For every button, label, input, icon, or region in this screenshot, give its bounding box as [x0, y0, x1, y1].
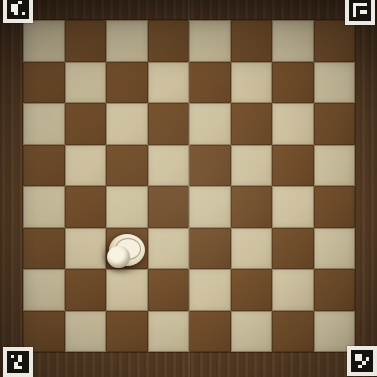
- square-d2[interactable]: [148, 269, 190, 311]
- square-g3[interactable]: [272, 228, 314, 270]
- square-a3[interactable]: [23, 228, 65, 270]
- square-d1[interactable]: [148, 311, 190, 353]
- square-g8[interactable]: [272, 20, 314, 62]
- fiducial-top-right: [345, 0, 375, 25]
- square-g5[interactable]: [272, 145, 314, 187]
- square-g6[interactable]: [272, 103, 314, 145]
- pawn-head-circle: [107, 246, 130, 268]
- square-h5[interactable]: [314, 145, 356, 187]
- square-a7[interactable]: [23, 62, 65, 104]
- square-a8[interactable]: [23, 20, 65, 62]
- square-h8[interactable]: [314, 20, 356, 62]
- square-a4[interactable]: [23, 186, 65, 228]
- square-c5[interactable]: [106, 145, 148, 187]
- square-b4[interactable]: [65, 186, 107, 228]
- square-e4[interactable]: [189, 186, 231, 228]
- square-d4[interactable]: [148, 186, 190, 228]
- square-e5[interactable]: [189, 145, 231, 187]
- square-f8[interactable]: [231, 20, 273, 62]
- square-b2[interactable]: [65, 269, 107, 311]
- square-b3[interactable]: [65, 228, 107, 270]
- square-f7[interactable]: [231, 62, 273, 104]
- fiducial-top-left-bit: [25, 15, 29, 19]
- square-h6[interactable]: [314, 103, 356, 145]
- square-h4[interactable]: [314, 186, 356, 228]
- square-d5[interactable]: [148, 145, 190, 187]
- square-d7[interactable]: [148, 62, 190, 104]
- square-c6[interactable]: [106, 103, 148, 145]
- square-g4[interactable]: [272, 186, 314, 228]
- fiducial-bottom-right-bit: [369, 368, 373, 372]
- fiducial-bottom-left: [3, 347, 33, 377]
- square-b8[interactable]: [65, 20, 107, 62]
- square-a5[interactable]: [23, 145, 65, 187]
- square-f2[interactable]: [231, 269, 273, 311]
- square-h7[interactable]: [314, 62, 356, 104]
- square-e6[interactable]: [189, 103, 231, 145]
- square-c2[interactable]: [106, 269, 148, 311]
- square-c7[interactable]: [106, 62, 148, 104]
- square-b7[interactable]: [65, 62, 107, 104]
- square-e7[interactable]: [189, 62, 231, 104]
- fiducial-top-left: [3, 0, 33, 23]
- chess-board: [23, 20, 355, 352]
- square-b5[interactable]: [65, 145, 107, 187]
- square-f6[interactable]: [231, 103, 273, 145]
- square-f4[interactable]: [231, 186, 273, 228]
- square-e2[interactable]: [189, 269, 231, 311]
- fiducial-top-right-bit: [367, 17, 371, 21]
- fiducial-bottom-left-bit: [25, 369, 29, 373]
- square-g7[interactable]: [272, 62, 314, 104]
- square-c8[interactable]: [106, 20, 148, 62]
- chessboard-photo: ♙: [0, 0, 377, 377]
- square-a1[interactable]: [23, 311, 65, 353]
- square-g2[interactable]: [272, 269, 314, 311]
- square-h3[interactable]: [314, 228, 356, 270]
- square-c1[interactable]: [106, 311, 148, 353]
- square-b1[interactable]: [65, 311, 107, 353]
- square-d3[interactable]: [148, 228, 190, 270]
- square-d6[interactable]: [148, 103, 190, 145]
- square-c4[interactable]: [106, 186, 148, 228]
- square-f3[interactable]: [231, 228, 273, 270]
- square-a6[interactable]: [23, 103, 65, 145]
- square-e1[interactable]: [189, 311, 231, 353]
- white-pawn[interactable]: ♙: [106, 230, 148, 272]
- square-g1[interactable]: [272, 311, 314, 353]
- square-a2[interactable]: [23, 269, 65, 311]
- square-e8[interactable]: [189, 20, 231, 62]
- square-d8[interactable]: [148, 20, 190, 62]
- square-f5[interactable]: [231, 145, 273, 187]
- square-h2[interactable]: [314, 269, 356, 311]
- square-e3[interactable]: [189, 228, 231, 270]
- fiducial-bottom-right: [347, 346, 377, 376]
- square-f1[interactable]: [231, 311, 273, 353]
- square-b6[interactable]: [65, 103, 107, 145]
